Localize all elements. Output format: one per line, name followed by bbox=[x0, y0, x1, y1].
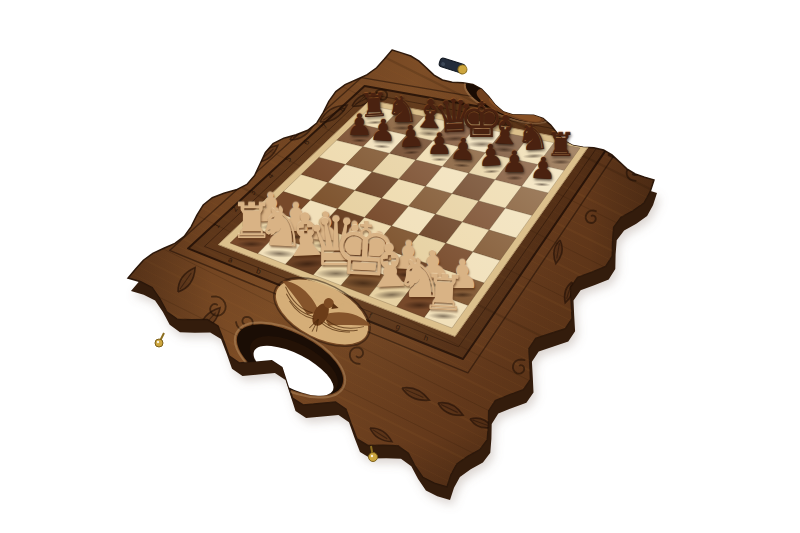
brass-pin bbox=[155, 333, 164, 347]
scroll-carving bbox=[240, 133, 253, 145]
scroll-carving bbox=[183, 194, 195, 207]
leaf-carving bbox=[164, 196, 181, 223]
scroll-carving bbox=[319, 446, 331, 457]
scroll-carving bbox=[496, 433, 511, 445]
brass-clasp bbox=[438, 57, 468, 75]
chess-case-scene: abcdefgh87654321 bbox=[0, 0, 800, 533]
leaf-carving bbox=[579, 124, 606, 138]
leaf-carving bbox=[150, 228, 162, 253]
chess-case-photo: abcdefgh87654321 ♜♞♝♛♚♝♞♜♟♟♟♟♟♟♟♟♟♟♟♟♟♟♟… bbox=[0, 0, 800, 533]
